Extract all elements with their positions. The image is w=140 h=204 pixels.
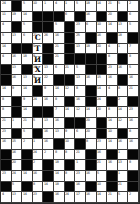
letter-cell[interactable]: 14 <box>118 107 129 118</box>
letter-cell[interactable]: 10 <box>97 22 108 33</box>
letter-cell[interactable]: 24 <box>33 97 44 108</box>
cell-code-number: 24 <box>12 171 16 174</box>
cell-code-number: 8 <box>65 150 67 153</box>
cell-code-number: 8 <box>33 182 35 185</box>
letter-cell[interactable]: 14 <box>97 86 108 97</box>
cell-code-number: 21 <box>97 160 101 163</box>
letter-cell[interactable]: 16 <box>97 33 108 44</box>
cell-code-number: 4 <box>2 22 4 25</box>
letter-cell[interactable]: 13 <box>118 160 129 171</box>
black-cell <box>107 97 118 108</box>
cell-code-number: 8 <box>108 54 110 57</box>
cell-code-number: 8 <box>108 107 110 110</box>
black-cell <box>22 160 33 171</box>
letter-cell[interactable]: 16 <box>12 54 23 65</box>
letter-cell[interactable]: 21 <box>97 160 108 171</box>
letter-cell[interactable]: 11 <box>1 12 12 23</box>
letter-cell[interactable]: 14 <box>65 107 76 118</box>
letter-cell[interactable]: 8 <box>54 97 65 108</box>
letter-cell[interactable]: 14 <box>97 192 108 203</box>
letter-cell[interactable]: 23 <box>107 65 118 76</box>
black-cell <box>43 192 54 203</box>
letter-cell[interactable]: 2 <box>22 139 33 150</box>
letter-cell[interactable]: 8 <box>54 150 65 161</box>
letter-cell[interactable]: 14 <box>22 192 33 203</box>
cell-code-number: 16 <box>108 75 112 78</box>
letter-cell[interactable]: 8 <box>33 182 44 193</box>
cell-code-number: 16 <box>55 118 59 121</box>
letter-cell[interactable]: 16 <box>107 75 118 86</box>
cell-code-number: 13 <box>44 65 48 68</box>
cell-code-number: 23 <box>108 65 112 68</box>
letter-cell[interactable]: 4 <box>1 192 12 203</box>
letter-cell[interactable]: 16 <box>86 75 97 86</box>
cell-code-number: 14 <box>2 86 6 89</box>
black-cell <box>65 160 76 171</box>
letter-cell[interactable]: 16 <box>86 192 97 203</box>
letter-cell[interactable]: 23 <box>97 139 108 150</box>
cell-code-number: 21 <box>118 182 122 185</box>
letter-cell[interactable]: 9 <box>22 97 33 108</box>
cell-code-number: 12 <box>76 107 80 110</box>
black-cell <box>12 97 23 108</box>
letter-cell[interactable]: 21 <box>107 1 118 12</box>
letter-cell[interactable]: 12 <box>65 86 76 97</box>
letter-cell[interactable]: 12 <box>75 107 86 118</box>
cell-code-number: 16 <box>129 75 133 78</box>
letter-cell[interactable]: 21 <box>54 54 65 65</box>
black-cell <box>65 33 76 44</box>
letter-cell[interactable]: 8 <box>107 107 118 118</box>
black-cell <box>118 75 129 86</box>
letter-cell[interactable]: 2 <box>128 1 139 12</box>
cell-code-number: 14 <box>97 192 101 195</box>
letter-cell[interactable]: 14 <box>107 22 118 33</box>
cell-code-number: 15 <box>12 139 16 142</box>
cell-code-number: 5 <box>129 65 131 68</box>
cell-code-number: 8 <box>2 97 4 100</box>
letter-cell[interactable]: 10 <box>33 1 44 12</box>
letter-cell[interactable]: 10 <box>97 182 108 193</box>
black-cell <box>65 97 76 108</box>
letter-cell[interactable]: 6 <box>54 65 65 76</box>
letter-cell[interactable]: 8 <box>1 97 12 108</box>
letter-cell[interactable]: 10Х <box>33 65 44 76</box>
cell-code-number: 7 <box>129 44 131 47</box>
letter-cell[interactable]: 1 <box>118 171 129 182</box>
letter-cell[interactable]: 5Т <box>33 44 44 55</box>
cell-code-number: 13 <box>55 129 59 132</box>
cell-code-number: 8 <box>129 54 131 57</box>
letter-cell[interactable]: 15 <box>97 75 108 86</box>
black-cell <box>86 160 97 171</box>
letter-cell[interactable]: 21 <box>22 118 33 129</box>
letter-cell[interactable]: 9И <box>33 75 44 86</box>
cell-code-number: 1 <box>33 139 35 142</box>
cell-code-number: 14 <box>108 139 112 142</box>
letter-cell[interactable]: 14 <box>1 86 12 97</box>
letter-cell[interactable]: 24 <box>33 150 44 161</box>
cell-code-number: 18 <box>55 182 59 185</box>
letter-cell[interactable]: 13 <box>12 65 23 76</box>
letter-cell[interactable]: 6 <box>22 33 33 44</box>
cell-code-number: 16 <box>76 182 80 185</box>
letter-cell[interactable]: 1 <box>75 160 86 171</box>
letter-cell[interactable]: 2 <box>128 192 139 203</box>
cell-code-number: 14 <box>23 12 27 15</box>
letter-cell[interactable]: 2 <box>43 150 54 161</box>
letter-cell[interactable]: 21С <box>33 33 44 44</box>
letter-cell[interactable]: 16 <box>54 192 65 203</box>
letter-cell[interactable]: 13 <box>43 65 54 76</box>
cell-code-number: 24 <box>65 192 69 195</box>
letter-cell[interactable]: 5 <box>54 22 65 33</box>
cell-code-number: 22 <box>44 75 48 78</box>
cell-code-number: 16 <box>86 12 90 15</box>
black-cell <box>97 12 108 23</box>
letter-cell[interactable]: 5 <box>22 22 33 33</box>
letter-cell[interactable]: 5 <box>75 1 86 12</box>
letter-cell[interactable]: 14 <box>54 86 65 97</box>
cell-code-number: 18 <box>86 1 90 4</box>
cell-code-number: 21 <box>108 192 112 195</box>
letter-cell[interactable]: 26 <box>43 33 54 44</box>
letter-cell[interactable]: 8 <box>118 86 129 97</box>
black-cell <box>86 86 97 97</box>
letter-cell[interactable]: 1 <box>65 1 76 12</box>
letter-cell[interactable]: 6 <box>86 22 97 33</box>
cell-code-number: 20 <box>108 12 112 15</box>
letter-cell[interactable]: 13 <box>118 22 129 33</box>
letter-cell[interactable]: 13 <box>43 118 54 129</box>
cell-code-number: 25 <box>76 33 80 36</box>
letter-cell[interactable]: 16 <box>97 150 108 161</box>
cell-code-number: 21 <box>65 65 69 68</box>
black-cell <box>43 22 54 33</box>
letter-cell[interactable]: 9И <box>33 54 44 65</box>
codeword-board: 2451014151814215211191461620645523610141… <box>0 0 140 204</box>
cell-code-number: 13 <box>44 118 48 121</box>
cell-code-number: 16 <box>12 54 16 57</box>
cell-code-number: 8 <box>86 139 88 142</box>
letter-cell[interactable]: 9 <box>12 86 23 97</box>
black-cell <box>22 44 33 55</box>
black-cell <box>43 44 54 55</box>
letter-cell[interactable]: 16 <box>75 97 86 108</box>
black-cell <box>1 65 12 76</box>
letter-cell[interactable]: 10 <box>107 129 118 140</box>
black-cell <box>128 33 139 44</box>
letter-cell[interactable]: 8 <box>65 171 76 182</box>
letter-cell[interactable]: 24 <box>12 171 23 182</box>
black-cell <box>107 33 118 44</box>
black-cell <box>54 139 65 150</box>
cell-code-number: 18 <box>55 160 59 163</box>
letter-cell[interactable]: 16 <box>1 139 12 150</box>
letter-cell[interactable]: 5 <box>128 65 139 76</box>
cell-code-number: 10 <box>33 1 37 4</box>
letter-cell[interactable]: 5 <box>75 65 86 76</box>
cell-code-number: 5 <box>55 22 57 25</box>
cell-code-number: 21 <box>76 150 80 153</box>
cell-code-number: 19 <box>12 12 16 15</box>
letter-cell[interactable]: 18 <box>118 33 129 44</box>
letter-cell[interactable]: 8 <box>1 107 12 118</box>
letter-cell[interactable]: 17 <box>75 192 86 203</box>
letter-cell[interactable]: 16 <box>12 75 23 86</box>
letter-cell[interactable]: 5 <box>22 1 33 12</box>
black-cell <box>12 107 23 118</box>
letter-cell[interactable]: 8 <box>65 150 76 161</box>
cell-code-number: 16 <box>44 139 48 142</box>
letter-cell[interactable]: 8 <box>75 86 86 97</box>
letter-cell[interactable]: 8 <box>128 160 139 171</box>
letter-cell[interactable]: 23 <box>75 22 86 33</box>
letter-cell[interactable]: 2 <box>33 160 44 171</box>
cell-code-number: 9 <box>65 129 67 132</box>
cell-code-number: 20 <box>86 118 90 121</box>
cell-code-number: 9 <box>23 97 25 100</box>
black-cell <box>86 65 97 76</box>
black-cell <box>43 107 54 118</box>
cell-code-number: 16 <box>118 65 122 68</box>
cell-code-number: 14 <box>23 86 27 89</box>
cell-code-number: 13 <box>12 192 16 195</box>
letter-cell[interactable]: 14 <box>43 182 54 193</box>
letter-cell[interactable]: 16 <box>128 118 139 129</box>
letter-cell[interactable]: 14 <box>107 139 118 150</box>
letter-cell[interactable]: 2 <box>118 97 129 108</box>
cell-code-number: 23 <box>97 139 101 142</box>
black-cell <box>22 182 33 193</box>
black-cell <box>43 160 54 171</box>
letter-cell[interactable]: 13 <box>22 75 33 86</box>
cell-code-number: 20 <box>86 129 90 132</box>
black-cell <box>86 54 97 65</box>
letter-cell[interactable]: 19 <box>12 12 23 23</box>
letter-cell[interactable]: 24 <box>97 97 108 108</box>
letter-cell[interactable]: 7 <box>54 107 65 118</box>
letter-cell[interactable]: 22 <box>43 75 54 86</box>
letter-cell[interactable]: 5 <box>128 22 139 33</box>
letter-cell[interactable]: 21 <box>1 118 12 129</box>
cell-code-number: 2 <box>129 1 131 4</box>
letter-cell[interactable]: 8 <box>86 139 97 150</box>
letter-cell[interactable]: 16 <box>128 75 139 86</box>
cell-code-number: 1 <box>118 171 120 174</box>
letter-cell[interactable]: 25 <box>75 33 86 44</box>
letter-cell[interactable]: 15 <box>12 139 23 150</box>
letter-cell[interactable]: 16 <box>43 129 54 140</box>
letter-cell[interactable]: 23 <box>33 192 44 203</box>
black-cell <box>86 150 97 161</box>
black-cell <box>65 182 76 193</box>
letter-cell[interactable]: 16 <box>54 33 65 44</box>
black-cell <box>107 150 118 161</box>
letter-cell[interactable]: 13 <box>54 129 65 140</box>
cell-code-number: 14 <box>97 1 101 4</box>
letter-cell[interactable]: 8 <box>128 54 139 65</box>
letter-cell[interactable]: 6 <box>75 129 86 140</box>
cell-code-number: 14 <box>44 182 48 185</box>
letter-cell[interactable]: 14 <box>22 171 33 182</box>
letter-cell[interactable]: 6 <box>65 12 76 23</box>
letter-cell[interactable]: 13 <box>12 192 23 203</box>
letter-cell[interactable]: 14 <box>22 12 33 23</box>
letter-cell[interactable]: 16 <box>118 65 129 76</box>
letter-cell[interactable]: 14 <box>54 171 65 182</box>
letter-cell[interactable]: 9 <box>65 129 76 140</box>
cell-code-number: 9 <box>12 86 14 89</box>
letter-cell[interactable]: 16 <box>86 12 97 23</box>
letter-cell[interactable]: 24 <box>1 1 12 12</box>
letter-cell[interactable]: 1 <box>118 44 129 55</box>
letter-cell[interactable]: 21 <box>75 150 86 161</box>
cell-code-number: 1 <box>118 44 120 47</box>
letter-cell[interactable]: 4 <box>107 86 118 97</box>
cell-code-number: 16 <box>108 160 112 163</box>
letter-cell[interactable]: 16 <box>12 150 23 161</box>
letter-cell[interactable]: 18 <box>22 54 33 65</box>
letter-cell[interactable]: 5 <box>97 171 108 182</box>
letter-cell[interactable]: 18 <box>86 1 97 12</box>
cell-code-number: 14 <box>86 107 90 110</box>
letter-cell[interactable]: 18 <box>86 44 97 55</box>
letter-cell[interactable]: 23 <box>1 171 12 182</box>
letter-cell[interactable]: 20 <box>97 107 108 118</box>
letter-cell[interactable]: 16 <box>118 139 129 150</box>
letter-cell[interactable]: 23 <box>128 107 139 118</box>
letter-cell[interactable]: 20 <box>86 129 97 140</box>
cell-code-number: 14 <box>23 192 27 195</box>
letter-cell[interactable]: 14 <box>86 107 97 118</box>
letter-cell[interactable]: 8 <box>128 129 139 140</box>
black-cell <box>43 54 54 65</box>
letter-cell[interactable]: 13 <box>75 75 86 86</box>
cell-code-number: 14 <box>97 86 101 89</box>
cell-code-number: 6 <box>65 12 67 15</box>
letter-cell[interactable]: 16 <box>86 171 97 182</box>
cell-code-number: 1 <box>76 160 78 163</box>
cell-code-number: 4 <box>55 1 57 4</box>
letter-cell[interactable]: 20 <box>12 160 23 171</box>
letter-cell[interactable]: 5 <box>118 192 129 203</box>
cell-code-number: 13 <box>118 22 122 25</box>
letter-cell[interactable]: 20 <box>107 12 118 23</box>
letter-cell[interactable]: 4 <box>107 44 118 55</box>
letter-cell[interactable]: 16 <box>128 139 139 150</box>
cell-code-number: 6 <box>55 65 57 68</box>
letter-cell[interactable]: 14 <box>107 118 118 129</box>
letter-cell[interactable]: 4 <box>1 54 12 65</box>
letter-cell[interactable]: 5 <box>22 129 33 140</box>
letter-cell[interactable]: 1 <box>12 118 23 129</box>
cell-code-number: 10 <box>108 129 112 132</box>
black-cell <box>65 118 76 129</box>
cell-code-number: 16 <box>97 33 101 36</box>
cell-code-number: 5 <box>23 22 25 25</box>
letter-cell[interactable]: 8 <box>107 54 118 65</box>
cell-letter: И <box>34 56 41 64</box>
letter-cell[interactable]: 5 <box>118 1 129 12</box>
letter-cell[interactable]: 16 <box>43 97 54 108</box>
letter-cell[interactable]: 1 <box>33 139 44 150</box>
letter-cell[interactable]: 6 <box>128 12 139 23</box>
cell-code-number: 6 <box>129 12 131 15</box>
letter-cell[interactable]: 5 <box>33 118 44 129</box>
letter-cell[interactable]: 23 <box>1 129 12 140</box>
cell-code-number: 15 <box>97 75 101 78</box>
cell-code-number: 8 <box>2 107 4 110</box>
letter-cell[interactable]: 16 <box>107 160 118 171</box>
letter-cell[interactable]: 7 <box>128 44 139 55</box>
letter-cell[interactable]: 16 <box>43 139 54 150</box>
letter-cell[interactable]: 4 <box>54 1 65 12</box>
cell-code-number: 16 <box>76 97 80 100</box>
cell-code-number: 14 <box>23 107 27 110</box>
black-cell <box>128 97 139 108</box>
cell-code-number: 23 <box>76 171 80 174</box>
letter-cell[interactable]: 10 <box>65 139 76 150</box>
letter-cell[interactable]: 5 <box>1 33 12 44</box>
cell-code-number: 5 <box>97 171 99 174</box>
letter-cell[interactable]: 13 <box>75 44 86 55</box>
letter-cell[interactable]: 20 <box>86 118 97 129</box>
cell-code-number: 13 <box>76 44 80 47</box>
black-cell <box>1 75 12 86</box>
letter-cell[interactable]: 1 <box>118 150 129 161</box>
letter-cell[interactable]: 16 <box>54 118 65 129</box>
letter-cell[interactable]: 14 <box>22 107 33 118</box>
cell-code-number: 10 <box>97 182 101 185</box>
letter-cell[interactable]: 9 <box>43 86 54 97</box>
cell-code-number: 13 <box>118 160 122 163</box>
cell-code-number: 16 <box>44 97 48 100</box>
cell-code-number: 14 <box>55 171 59 174</box>
letter-cell[interactable]: 23 <box>75 171 86 182</box>
letter-cell[interactable]: 14 <box>97 1 108 12</box>
letter-cell[interactable]: 18 <box>54 182 65 193</box>
cell-code-number: 14 <box>55 86 59 89</box>
letter-cell[interactable]: 21 <box>54 44 65 55</box>
letter-cell[interactable]: 1 <box>43 1 54 12</box>
cell-code-number: 1 <box>65 1 67 4</box>
letter-cell[interactable]: 21 <box>128 86 139 97</box>
letter-cell[interactable]: 18 <box>54 160 65 171</box>
cell-code-number: 2 <box>118 97 120 100</box>
letter-cell[interactable]: 4 <box>1 22 12 33</box>
letter-cell[interactable]: 12 <box>118 118 129 129</box>
letter-cell[interactable]: 14 <box>1 44 12 55</box>
letter-cell[interactable]: 21 <box>107 192 118 203</box>
letter-cell[interactable]: 24 <box>65 192 76 203</box>
cell-code-number: 8 <box>129 129 131 132</box>
letter-cell[interactable]: 13 <box>12 33 23 44</box>
letter-cell[interactable]: 5 <box>12 182 23 193</box>
letter-cell[interactable]: 21 <box>118 182 129 193</box>
cell-code-number: 1 <box>12 118 14 121</box>
cell-code-number: 5 <box>118 1 120 4</box>
letter-cell[interactable]: 20 <box>97 44 108 55</box>
cell-code-number: 12 <box>118 118 122 121</box>
letter-cell[interactable]: 14 <box>22 86 33 97</box>
cell-code-number: 14 <box>23 171 27 174</box>
cell-code-number: 6 <box>76 129 78 132</box>
cell-code-number: 16 <box>129 118 133 121</box>
letter-cell[interactable]: 21 <box>65 65 76 76</box>
letter-cell[interactable]: 16 <box>33 171 44 182</box>
letter-cell[interactable]: 16 <box>75 182 86 193</box>
